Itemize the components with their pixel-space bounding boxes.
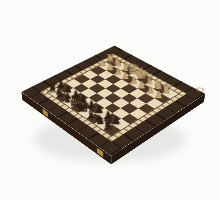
black-rook: ♜ [102,119,114,132]
white-pawn: ♟ [154,90,163,100]
brass-hinge [42,108,48,117]
product-photo: ♜♞♝♛♚♝♞♜♟♟♟♟♟♟♟♟♟♟♟♟♟♟♟♟♜♞♝♛♚♝♞♜ [0,0,220,200]
white-pawn: ♟ [138,81,147,91]
